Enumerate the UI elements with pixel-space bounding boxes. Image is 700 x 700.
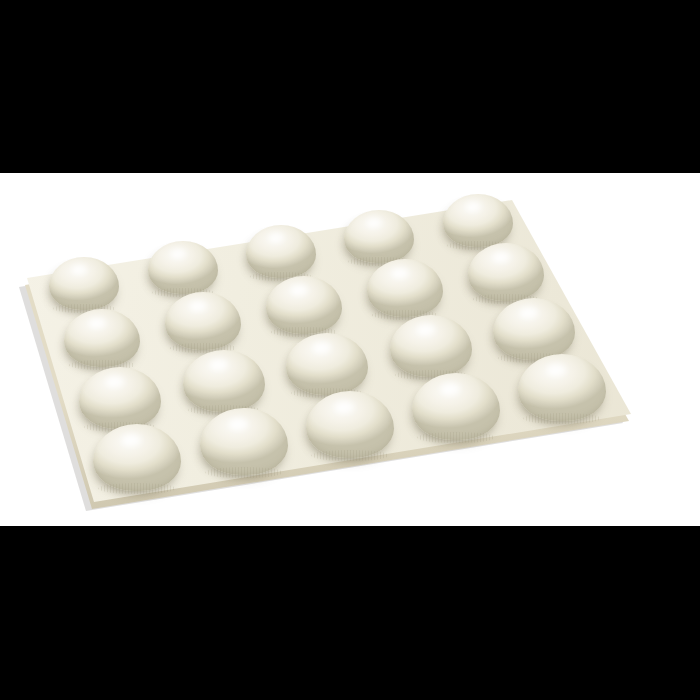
letterbox-bar-top <box>0 0 700 173</box>
rubber-bumper-dome <box>183 350 265 412</box>
rubber-bumper-dome <box>79 367 161 429</box>
rubber-bumper-dome <box>165 292 241 350</box>
rubber-bumper-dome <box>306 391 394 458</box>
letterbox-bar-bottom <box>0 526 700 700</box>
rubber-bumper-dome <box>367 259 443 317</box>
rubber-bumper-dome <box>468 243 544 301</box>
rubber-bumper-dome <box>266 276 342 334</box>
rubber-bumper-dome <box>412 373 500 440</box>
rubber-bumper-dome <box>246 225 316 278</box>
rubber-bumper-dome <box>443 194 513 247</box>
rubber-bumper-dome <box>286 333 368 395</box>
product-photo <box>0 0 700 700</box>
rubber-bumper-dome <box>49 257 119 310</box>
rubber-bumper-dome <box>344 210 414 263</box>
rubber-bumper-dome <box>518 354 606 421</box>
rubber-bumper-dome <box>493 298 575 360</box>
rubber-bumper-dome <box>148 241 218 294</box>
rubber-bumper-dome <box>390 315 472 377</box>
rubber-bumper-dome <box>64 309 140 367</box>
rubber-bumper-dome <box>200 408 288 475</box>
rubber-bumper-dome <box>93 424 181 491</box>
